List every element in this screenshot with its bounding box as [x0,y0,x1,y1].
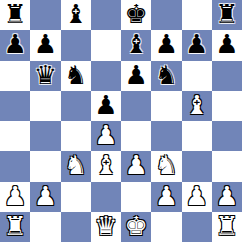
square-d4[interactable]: ♟ [91,121,121,151]
piece-black-knight[interactable]: ♞ [155,62,178,88]
square-d7[interactable] [91,30,121,60]
square-c8[interactable]: ♝ [61,0,91,30]
piece-black-pawn[interactable]: ♟ [185,31,208,57]
piece-white-king[interactable]: ♚ [124,213,147,239]
square-h1[interactable]: ♜ [212,212,242,242]
piece-black-pawn[interactable]: ♟ [155,31,178,57]
piece-white-rook[interactable]: ♜ [3,213,26,239]
square-h3[interactable] [212,151,242,181]
piece-white-queen[interactable]: ♛ [94,213,117,239]
square-f3[interactable]: ♞ [151,151,181,181]
square-c5[interactable] [61,91,91,121]
square-d2[interactable] [91,182,121,212]
piece-black-bishop[interactable]: ♝ [124,31,147,57]
square-b5[interactable] [30,91,60,121]
piece-white-pawn[interactable]: ♟ [185,183,208,209]
piece-white-bishop[interactable]: ♝ [94,152,117,178]
square-e2[interactable] [121,182,151,212]
square-g4[interactable] [182,121,212,151]
square-g6[interactable] [182,61,212,91]
piece-white-bishop[interactable]: ♝ [185,92,208,118]
square-c1[interactable] [61,212,91,242]
square-e4[interactable] [121,121,151,151]
square-b8[interactable] [30,0,60,30]
square-a5[interactable] [0,91,30,121]
square-h6[interactable] [212,61,242,91]
piece-white-pawn[interactable]: ♟ [34,183,57,209]
square-a6[interactable] [0,61,30,91]
square-g8[interactable] [182,0,212,30]
piece-black-pawn[interactable]: ♟ [34,31,57,57]
square-f4[interactable] [151,121,181,151]
piece-white-pawn[interactable]: ♟ [155,183,178,209]
piece-white-knight[interactable]: ♞ [155,152,178,178]
square-g5[interactable]: ♝ [182,91,212,121]
square-f6[interactable]: ♞ [151,61,181,91]
square-g2[interactable]: ♟ [182,182,212,212]
square-b6[interactable]: ♛ [30,61,60,91]
square-e3[interactable]: ♟ [121,151,151,181]
piece-white-pawn[interactable]: ♟ [215,183,238,209]
piece-black-rook[interactable]: ♜ [215,1,238,27]
square-a1[interactable]: ♜ [0,212,30,242]
square-e5[interactable] [121,91,151,121]
piece-black-pawn[interactable]: ♟ [215,31,238,57]
square-e1[interactable]: ♚ [121,212,151,242]
square-a8[interactable]: ♜ [0,0,30,30]
square-b4[interactable] [30,121,60,151]
square-c7[interactable] [61,30,91,60]
square-d5[interactable]: ♟ [91,91,121,121]
square-a3[interactable] [0,151,30,181]
chess-board: ♜♝♚♜♟♟♝♟♟♟♛♞♟♞♟♝♟♞♝♟♞♟♟♟♟♟♜♛♚♜ [0,0,242,242]
square-c4[interactable] [61,121,91,151]
square-h2[interactable]: ♟ [212,182,242,212]
square-f8[interactable] [151,0,181,30]
square-g7[interactable]: ♟ [182,30,212,60]
square-d6[interactable] [91,61,121,91]
piece-black-pawn[interactable]: ♟ [3,31,26,57]
square-h4[interactable] [212,121,242,151]
square-b7[interactable]: ♟ [30,30,60,60]
piece-black-pawn[interactable]: ♟ [124,62,147,88]
square-b1[interactable] [30,212,60,242]
piece-white-rook[interactable]: ♜ [215,213,238,239]
square-f1[interactable] [151,212,181,242]
square-c3[interactable]: ♞ [61,151,91,181]
piece-white-pawn[interactable]: ♟ [3,183,26,209]
piece-black-king[interactable]: ♚ [124,1,147,27]
piece-white-pawn[interactable]: ♟ [124,152,147,178]
square-b3[interactable] [30,151,60,181]
square-d1[interactable]: ♛ [91,212,121,242]
square-d3[interactable]: ♝ [91,151,121,181]
square-f7[interactable]: ♟ [151,30,181,60]
square-h7[interactable]: ♟ [212,30,242,60]
square-d8[interactable] [91,0,121,30]
square-g3[interactable] [182,151,212,181]
piece-black-rook[interactable]: ♜ [3,1,26,27]
square-a7[interactable]: ♟ [0,30,30,60]
piece-black-bishop[interactable]: ♝ [64,1,87,27]
square-a4[interactable] [0,121,30,151]
piece-black-queen[interactable]: ♛ [34,62,57,88]
square-h5[interactable] [212,91,242,121]
square-a2[interactable]: ♟ [0,182,30,212]
piece-black-pawn[interactable]: ♟ [94,92,117,118]
square-b2[interactable]: ♟ [30,182,60,212]
piece-white-pawn[interactable]: ♟ [94,122,117,148]
square-e6[interactable]: ♟ [121,61,151,91]
square-c6[interactable]: ♞ [61,61,91,91]
square-h8[interactable]: ♜ [212,0,242,30]
square-c2[interactable] [61,182,91,212]
square-f2[interactable]: ♟ [151,182,181,212]
square-e8[interactable]: ♚ [121,0,151,30]
square-f5[interactable] [151,91,181,121]
square-g1[interactable] [182,212,212,242]
square-e7[interactable]: ♝ [121,30,151,60]
piece-black-knight[interactable]: ♞ [64,62,87,88]
piece-white-knight[interactable]: ♞ [64,152,87,178]
